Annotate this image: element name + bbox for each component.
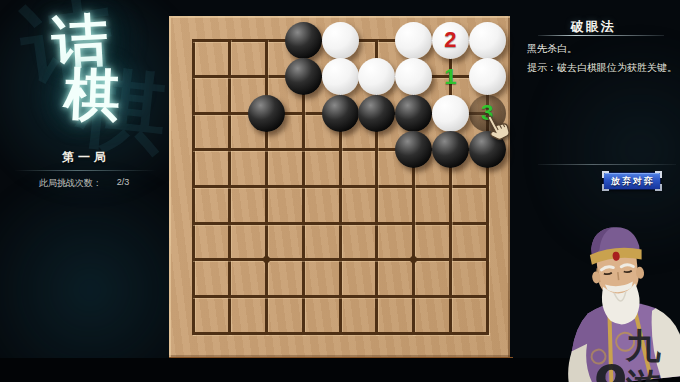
- round-label: 第一局: [0, 149, 168, 166]
- stone-black: [358, 95, 395, 132]
- go-board[interactable]: 213: [169, 16, 510, 357]
- attempts-row: 此局挑战次数： 2/3: [0, 177, 168, 190]
- stone-white: [358, 58, 395, 95]
- star-point: [262, 255, 272, 265]
- attempts-value: 2/3: [117, 177, 130, 190]
- stone-black: [395, 131, 432, 168]
- grid-line-horizontal: [192, 295, 489, 298]
- divider: [14, 170, 156, 171]
- stone-black: [395, 95, 432, 132]
- stone-black: [469, 131, 506, 168]
- stone-black: [432, 131, 469, 168]
- stone-ghost[interactable]: 3: [469, 95, 506, 132]
- button-corner-ornament: [602, 171, 609, 178]
- button-corner-ornament: [655, 171, 662, 178]
- stone-black: [322, 95, 359, 132]
- grid-line-horizontal: [192, 222, 489, 225]
- button-corner-ornament: [602, 184, 609, 191]
- grid-line-horizontal: [192, 185, 489, 188]
- attempts-label: 此局挑战次数：: [39, 177, 102, 190]
- task-text: 黑先杀白。: [527, 42, 577, 56]
- star-point: [409, 255, 419, 265]
- button-corner-ornament: [655, 184, 662, 191]
- left-panel: 诘 棋 诘 棋 第一局 此局挑战次数： 2/3: [0, 0, 168, 382]
- game-screen: 诘 棋 诘 棋 第一局 此局挑战次数： 2/3 213 破眼法 黑先杀白。 提示…: [0, 0, 680, 382]
- grid-line-horizontal: [192, 332, 489, 335]
- stone-white: [322, 22, 359, 59]
- stone-white: [395, 58, 432, 95]
- move-number-label: 2: [432, 22, 469, 59]
- stone-white: 2: [432, 22, 469, 59]
- logo-9-glyph: 9: [591, 362, 628, 382]
- divider: [538, 164, 676, 165]
- divider: [538, 35, 664, 36]
- hint-text: 提示：破去白棋眼位为获胜关键。: [527, 62, 679, 74]
- stone-black: [248, 95, 285, 132]
- stone-black: [285, 22, 322, 59]
- game-title-char-2: 棋: [63, 65, 121, 123]
- move-number-label: 3: [469, 95, 506, 132]
- stone-white: [322, 58, 359, 95]
- go-grid[interactable]: 213: [193, 40, 487, 333]
- stone-white: [432, 95, 469, 132]
- stone-black: [285, 58, 322, 95]
- move-number-label: 1: [432, 58, 469, 95]
- site-watermark: 9 九游: [593, 326, 680, 382]
- resign-button-label: 放弃对弈: [609, 175, 655, 188]
- stone-white: [469, 58, 506, 95]
- move-label-point: 1: [432, 58, 469, 95]
- stone-white: [469, 22, 506, 59]
- stone-white: [395, 22, 432, 59]
- logo-text: 九游: [626, 326, 680, 382]
- grid-line-horizontal: [192, 258, 489, 261]
- technique-title: 破眼法: [513, 18, 673, 36]
- resign-button[interactable]: 放弃对弈: [603, 172, 661, 190]
